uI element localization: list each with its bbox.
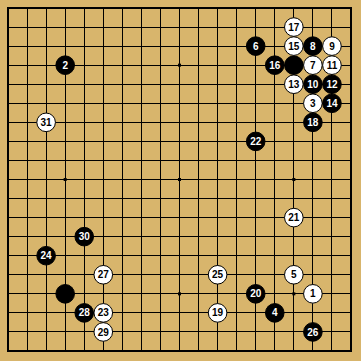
black-stone-circle [56, 285, 75, 304]
stone-move-28: 28 [75, 304, 94, 323]
stone-move-number: 7 [310, 60, 316, 71]
stone-move-6: 6 [246, 37, 265, 56]
star-point [64, 178, 67, 181]
stone-move-8: 8 [304, 37, 323, 56]
go-board: 1234567891011121314151617181920212223242… [0, 0, 361, 361]
stone-move-number: 22 [250, 136, 262, 147]
stone-move-number: 15 [288, 41, 300, 52]
stone-move-17: 17 [285, 18, 304, 37]
stone-move-1: 1 [304, 285, 323, 304]
stone-move-27: 27 [94, 265, 113, 284]
handicap-stone [285, 56, 304, 75]
stone-move-21: 21 [285, 208, 304, 227]
stone-move-20: 20 [246, 285, 265, 304]
stone-move-18: 18 [304, 113, 323, 132]
stone-move-number: 14 [326, 98, 338, 109]
stone-move-22: 22 [246, 132, 265, 151]
stone-move-15: 15 [285, 37, 304, 56]
stone-move-number: 6 [253, 41, 259, 52]
stone-move-19: 19 [208, 304, 227, 323]
stone-move-number: 25 [212, 269, 224, 280]
stone-move-number: 18 [307, 117, 319, 128]
stone-move-3: 3 [304, 94, 323, 113]
stone-move-number: 21 [288, 212, 300, 223]
stone-move-number: 27 [98, 269, 110, 280]
stone-move-number: 12 [326, 79, 338, 90]
stone-move-number: 10 [307, 79, 319, 90]
stone-move-number: 24 [41, 250, 53, 261]
stone-move-2: 2 [56, 56, 75, 75]
star-point [178, 64, 181, 67]
stone-move-number: 13 [288, 79, 300, 90]
stone-move-5: 5 [285, 265, 304, 284]
go-board-diagram: 1234567891011121314151617181920212223242… [0, 0, 361, 361]
stone-move-number: 23 [98, 307, 110, 318]
stone-move-12: 12 [323, 75, 342, 94]
stone-move-24: 24 [37, 246, 56, 265]
stone-move-number: 29 [98, 327, 110, 338]
handicap-stone [56, 285, 75, 304]
stone-move-31: 31 [37, 113, 56, 132]
star-point [178, 292, 181, 295]
stone-move-16: 16 [265, 56, 284, 75]
stone-move-26: 26 [304, 323, 323, 342]
stone-move-number: 5 [291, 269, 297, 280]
stone-move-number: 3 [310, 98, 316, 109]
stone-move-number: 28 [79, 307, 91, 318]
stone-move-23: 23 [94, 304, 113, 323]
stone-move-number: 30 [79, 231, 91, 242]
stone-move-30: 30 [75, 227, 94, 246]
stone-move-7: 7 [304, 56, 323, 75]
stone-move-number: 19 [212, 307, 224, 318]
stone-move-14: 14 [323, 94, 342, 113]
stone-move-number: 9 [329, 41, 335, 52]
stone-move-29: 29 [94, 323, 113, 342]
stone-move-9: 9 [323, 37, 342, 56]
stone-move-number: 8 [310, 41, 316, 52]
stone-move-number: 16 [269, 60, 281, 71]
stone-move-number: 31 [41, 117, 53, 128]
stone-move-25: 25 [208, 265, 227, 284]
star-point [178, 178, 181, 181]
stone-move-number: 17 [288, 22, 300, 33]
stone-move-number: 20 [250, 288, 262, 299]
star-point [292, 292, 295, 295]
stone-move-4: 4 [265, 304, 284, 323]
stone-move-11: 11 [323, 56, 342, 75]
stone-move-number: 26 [307, 327, 319, 338]
stone-move-13: 13 [285, 75, 304, 94]
stone-move-number: 2 [62, 60, 68, 71]
star-point [292, 178, 295, 181]
stone-move-number: 1 [310, 288, 316, 299]
stone-move-number: 11 [327, 60, 338, 71]
stone-move-number: 4 [272, 307, 278, 318]
black-stone-circle [285, 56, 304, 75]
stone-move-10: 10 [304, 75, 323, 94]
